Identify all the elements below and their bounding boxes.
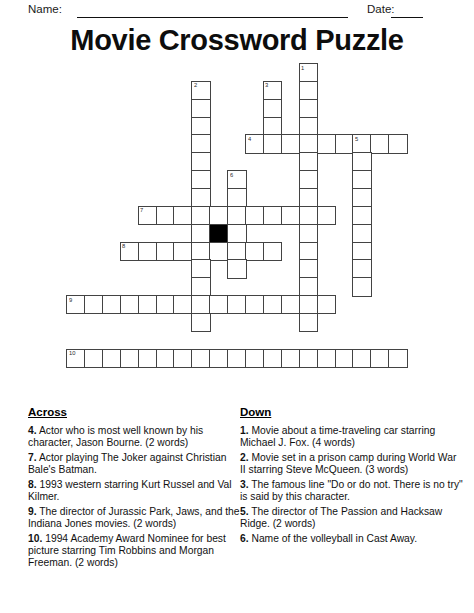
clue-number: 1. (240, 425, 249, 436)
grid-cell[interactable]: 3 (263, 81, 283, 100)
grid-cell[interactable] (191, 277, 211, 296)
grid-cell[interactable] (191, 295, 211, 314)
grid-cell[interactable] (156, 206, 176, 225)
clue-number: 9. (28, 506, 37, 517)
grid-cell[interactable] (317, 134, 337, 153)
grid-cell[interactable] (263, 134, 283, 153)
grid-cell[interactable] (84, 295, 104, 314)
grid-cell[interactable] (227, 349, 247, 368)
clue-text: Actor playing The Joker against Christia… (28, 452, 226, 475)
grid-cell[interactable] (299, 206, 319, 225)
grid-cell[interactable] (156, 242, 176, 261)
clue-text: The famous line "Do or do not. There is … (240, 479, 463, 502)
clue-across-10: 10. 1994 Academy Award Nominee for best … (28, 533, 241, 570)
grid-cell[interactable] (156, 295, 176, 314)
grid-cell[interactable] (245, 295, 265, 314)
grid-cell[interactable] (191, 170, 211, 189)
grid-cell[interactable] (245, 242, 265, 261)
grid-cell[interactable] (352, 259, 372, 278)
grid-cell[interactable] (281, 134, 301, 153)
grid-cell[interactable] (317, 206, 337, 225)
grid-cell[interactable] (173, 242, 193, 261)
grid-cell[interactable] (173, 295, 193, 314)
grid-cell[interactable] (281, 206, 301, 225)
clue-across-4: 4. Actor who is most well known by his c… (28, 425, 241, 449)
grid-cell[interactable] (299, 224, 319, 243)
cell-number: 5 (355, 136, 358, 142)
grid-cell[interactable] (209, 349, 229, 368)
grid-cell[interactable] (299, 259, 319, 278)
grid-cell[interactable] (191, 224, 211, 243)
grid-cell[interactable]: 1 (299, 63, 319, 82)
cell-number: 3 (265, 82, 268, 88)
grid-cell[interactable] (263, 117, 283, 136)
clue-text: Movie about a time-traveling car starrin… (240, 425, 435, 448)
grid-cell[interactable] (335, 349, 355, 368)
grid-cell[interactable] (299, 242, 319, 261)
grid-cell[interactable] (209, 242, 229, 261)
cell-number: 1 (301, 65, 304, 71)
worksheet-page: Name: Date: Movie Crossword Puzzle 12345… (0, 0, 474, 613)
grid-cell[interactable] (388, 349, 408, 368)
across-clue-list: 4. Actor who is most well known by his c… (28, 425, 241, 569)
cell-number: 2 (194, 82, 197, 88)
grid-cell[interactable] (84, 349, 104, 368)
grid-cell[interactable] (263, 99, 283, 118)
grid-cell[interactable] (227, 259, 247, 278)
grid-cell[interactable] (299, 313, 319, 332)
down-clue-list: 1. Movie about a time-traveling car star… (240, 425, 464, 545)
clue-text: Name of the volleyball in Cast Away. (249, 533, 417, 544)
grid-cell[interactable] (352, 349, 372, 368)
grid-cell[interactable] (227, 206, 247, 225)
clue-text: Actor who is most well known by his char… (28, 425, 203, 448)
grid-cell[interactable] (209, 206, 229, 225)
clue-across-7: 7. Actor playing The Joker against Chris… (28, 452, 241, 476)
grid-cell[interactable]: 4 (245, 134, 265, 153)
cell-number: 6 (230, 172, 233, 178)
grid-cell[interactable] (299, 170, 319, 189)
grid-cell[interactable] (317, 295, 337, 314)
grid-cell[interactable] (156, 349, 176, 368)
grid-cell[interactable] (370, 134, 390, 153)
grid-cell[interactable] (191, 134, 211, 153)
grid-cell[interactable] (299, 134, 319, 153)
grid-cell[interactable] (335, 134, 355, 153)
clue-text: Movie set in a prison camp during World … (240, 452, 456, 475)
clue-number: 7. (28, 452, 37, 463)
grid-cell[interactable] (299, 295, 319, 314)
black-cell (209, 224, 229, 243)
grid-cell[interactable] (191, 242, 211, 261)
clue-text: 1993 western starring Kurt Russel and Va… (28, 479, 232, 502)
grid-cell[interactable] (138, 295, 158, 314)
grid-cell[interactable] (191, 206, 211, 225)
clue-number: 10. (28, 533, 42, 544)
grid-cell[interactable] (299, 81, 319, 100)
grid-cell[interactable] (102, 295, 122, 314)
grid-cell[interactable] (191, 99, 211, 118)
clue-number: 3. (240, 479, 249, 490)
grid-cell[interactable] (120, 349, 140, 368)
clue-number: 8. (28, 479, 37, 490)
grid-cell[interactable] (281, 349, 301, 368)
grid-cell[interactable] (191, 259, 211, 278)
grid-cell[interactable] (191, 117, 211, 136)
grid-cell[interactable] (191, 188, 211, 207)
clue-across-9: 9. The director of Jurassic Park, Jaws, … (28, 506, 241, 530)
grid-cell[interactable]: 10 (66, 349, 86, 368)
clue-down-2: 2. Movie set in a prison camp during Wor… (240, 452, 464, 476)
grid-cell[interactable] (352, 206, 372, 225)
page-title: Movie Crossword Puzzle (0, 24, 474, 57)
grid-cell[interactable] (138, 242, 158, 261)
grid-cell[interactable] (263, 295, 283, 314)
grid-cell[interactable] (352, 188, 372, 207)
cell-number: 4 (248, 136, 251, 142)
grid-cell[interactable] (299, 117, 319, 136)
grid-cell[interactable] (352, 242, 372, 261)
grid-cell[interactable] (102, 349, 122, 368)
cell-number: 9 (69, 297, 72, 303)
grid-cell[interactable] (317, 349, 337, 368)
down-header: Down (240, 406, 464, 418)
down-clues-section: Down 1. Movie about a time-traveling car… (240, 406, 464, 547)
grid-cell[interactable] (370, 349, 390, 368)
across-header: Across (28, 406, 241, 418)
clue-across-8: 8. 1993 western starring Kurt Russel and… (28, 479, 241, 503)
grid-cell[interactable] (227, 224, 247, 243)
grid-cell[interactable] (299, 99, 319, 118)
grid-cell[interactable] (352, 277, 372, 296)
across-clues-section: Across 4. Actor who is most well known b… (28, 406, 241, 572)
grid-cell[interactable]: 8 (120, 242, 140, 261)
grid-cell[interactable] (191, 313, 211, 332)
grid-cell[interactable] (299, 277, 319, 296)
grid-cell[interactable] (281, 295, 301, 314)
grid-cell[interactable]: 5 (352, 134, 372, 153)
name-input-line[interactable] (77, 2, 348, 18)
grid-cell[interactable] (245, 349, 265, 368)
grid-cell[interactable] (191, 152, 211, 171)
grid-cell[interactable]: 9 (66, 295, 86, 314)
grid-cell[interactable] (191, 349, 211, 368)
clue-down-6: 6. Name of the volleyball in Cast Away. (240, 533, 464, 545)
grid-cell[interactable] (263, 206, 283, 225)
cell-number: 7 (140, 207, 143, 213)
grid-cell[interactable] (227, 242, 247, 261)
name-label: Name: (28, 3, 62, 15)
grid-cell[interactable] (352, 152, 372, 171)
grid-cell[interactable]: 6 (227, 170, 247, 189)
grid-cell[interactable] (173, 349, 193, 368)
clue-number: 4. (28, 425, 37, 436)
grid-cell[interactable] (263, 242, 283, 261)
clue-down-1: 1. Movie about a time-traveling car star… (240, 425, 464, 449)
grid-cell[interactable]: 2 (191, 81, 211, 100)
grid-cell[interactable] (209, 295, 229, 314)
grid-cell[interactable] (227, 295, 247, 314)
grid-cell[interactable] (138, 349, 158, 368)
grid-cell[interactable] (173, 206, 193, 225)
clue-text: 1994 Academy Award Nominee for best pict… (28, 533, 226, 568)
grid-cell[interactable] (245, 206, 265, 225)
grid-cell[interactable] (263, 349, 283, 368)
grid-cell[interactable] (299, 349, 319, 368)
cell-number: 10 (69, 350, 75, 356)
grid-cell[interactable] (120, 295, 140, 314)
clue-number: 6. (240, 533, 249, 544)
grid-cell[interactable] (227, 188, 247, 207)
clue-down-3: 3. The famous line "Do or do not. There … (240, 479, 464, 503)
clue-number: 5. (240, 506, 249, 517)
crossword-grid: 12345678910 (66, 63, 409, 369)
clue-text: The director of The Passion and Hacksaw … (240, 506, 442, 529)
date-input-line[interactable] (391, 2, 423, 18)
grid-cell[interactable] (388, 134, 408, 153)
grid-cell[interactable] (352, 170, 372, 189)
grid-cell[interactable] (352, 224, 372, 243)
grid-cell[interactable] (299, 188, 319, 207)
clue-text: The director of Jurassic Park, Jaws, and… (28, 506, 240, 529)
grid-cell[interactable]: 7 (138, 206, 158, 225)
cell-number: 8 (122, 243, 125, 249)
clue-number: 2. (240, 452, 249, 463)
grid-cell[interactable] (299, 152, 319, 171)
clue-down-5: 5. The director of The Passion and Hacks… (240, 506, 464, 530)
